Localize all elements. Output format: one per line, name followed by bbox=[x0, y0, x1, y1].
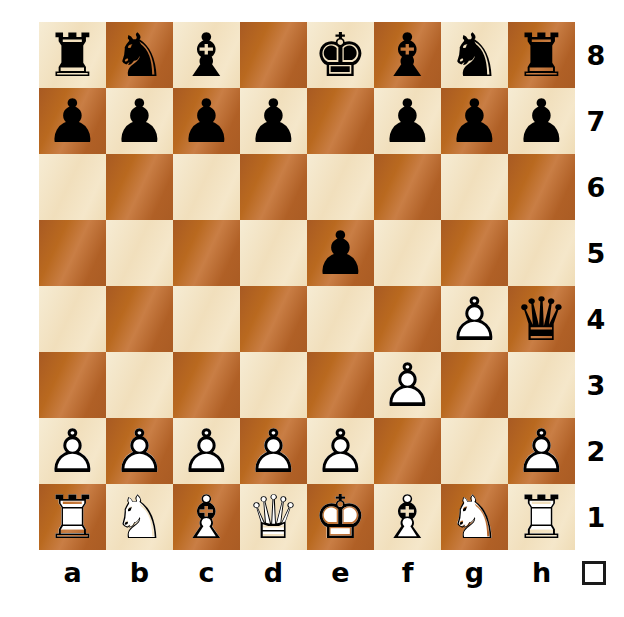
square-g2[interactable] bbox=[441, 418, 508, 484]
square-c7[interactable]: ♟ bbox=[173, 88, 240, 154]
black-pawn-icon: ♟ bbox=[106, 88, 173, 154]
white-bishop-fill: ♝ bbox=[374, 484, 441, 550]
square-a2[interactable]: ♟♙ bbox=[39, 418, 106, 484]
file-label-f: f bbox=[374, 550, 441, 594]
black-bishop-icon: ♝ bbox=[374, 22, 441, 88]
white-pawn-fill: ♟ bbox=[240, 418, 307, 484]
square-b7[interactable]: ♟ bbox=[106, 88, 173, 154]
white-knight-icon: ♘ bbox=[106, 484, 173, 550]
square-g7[interactable]: ♟ bbox=[441, 88, 508, 154]
black-queen-icon: ♛ bbox=[508, 286, 575, 352]
black-knight-icon: ♞ bbox=[106, 22, 173, 88]
white-pawn-icon: ♙ bbox=[240, 418, 307, 484]
white-pawn-icon: ♙ bbox=[374, 352, 441, 418]
chess-board: ♜♞♝♚♝♞♜♟♟♟♟♟♟♟♟♟♙♛♟♙♟♙♟♙♟♙♟♙♟♙♟♙♜♖♞♘♝♗♛♕… bbox=[39, 22, 575, 550]
white-pawn-fill: ♟ bbox=[374, 352, 441, 418]
white-bishop-icon: ♗ bbox=[173, 484, 240, 550]
white-queen-fill: ♛ bbox=[240, 484, 307, 550]
file-label-h: h bbox=[508, 550, 575, 594]
file-label-g: g bbox=[441, 550, 508, 594]
square-f3[interactable]: ♟♙ bbox=[374, 352, 441, 418]
square-e1[interactable]: ♚♔ bbox=[307, 484, 374, 550]
square-h3[interactable] bbox=[508, 352, 575, 418]
square-g5[interactable] bbox=[441, 220, 508, 286]
black-bishop-icon: ♝ bbox=[173, 22, 240, 88]
white-pawn-fill: ♟ bbox=[307, 418, 374, 484]
square-d6[interactable] bbox=[240, 154, 307, 220]
black-pawn-icon: ♟ bbox=[374, 88, 441, 154]
black-pawn-icon: ♟ bbox=[508, 88, 575, 154]
square-d7[interactable]: ♟ bbox=[240, 88, 307, 154]
white-rook-fill: ♜ bbox=[39, 484, 106, 550]
rank-labels: 87654321 bbox=[575, 22, 617, 550]
square-e6[interactable] bbox=[307, 154, 374, 220]
black-pawn-icon: ♟ bbox=[39, 88, 106, 154]
square-d4[interactable] bbox=[240, 286, 307, 352]
square-c8[interactable]: ♝ bbox=[173, 22, 240, 88]
rank-label-3: 3 bbox=[575, 352, 617, 418]
white-to-move-indicator bbox=[582, 561, 606, 585]
square-g8[interactable]: ♞ bbox=[441, 22, 508, 88]
square-h8[interactable]: ♜ bbox=[508, 22, 575, 88]
file-label-a: a bbox=[39, 550, 106, 594]
square-h7[interactable]: ♟ bbox=[508, 88, 575, 154]
square-h2[interactable]: ♟♙ bbox=[508, 418, 575, 484]
black-king-icon: ♚ bbox=[307, 22, 374, 88]
black-knight-icon: ♞ bbox=[441, 22, 508, 88]
square-h6[interactable] bbox=[508, 154, 575, 220]
black-rook-icon: ♜ bbox=[508, 22, 575, 88]
white-knight-fill: ♞ bbox=[106, 484, 173, 550]
square-e7[interactable] bbox=[307, 88, 374, 154]
black-rook-icon: ♜ bbox=[39, 22, 106, 88]
black-pawn-icon: ♟ bbox=[240, 88, 307, 154]
square-h1[interactable]: ♜♖ bbox=[508, 484, 575, 550]
square-d3[interactable] bbox=[240, 352, 307, 418]
white-rook-icon: ♖ bbox=[508, 484, 575, 550]
chess-diagram: ♜♞♝♚♝♞♜♟♟♟♟♟♟♟♟♟♙♛♟♙♟♙♟♙♟♙♟♙♟♙♟♙♜♖♞♘♝♗♛♕… bbox=[0, 0, 624, 617]
square-e5[interactable]: ♟ bbox=[307, 220, 374, 286]
white-pawn-fill: ♟ bbox=[173, 418, 240, 484]
square-e2[interactable]: ♟♙ bbox=[307, 418, 374, 484]
square-c5[interactable] bbox=[173, 220, 240, 286]
square-c1[interactable]: ♝♗ bbox=[173, 484, 240, 550]
file-label-e: e bbox=[307, 550, 374, 594]
square-h4[interactable]: ♛ bbox=[508, 286, 575, 352]
square-a3[interactable] bbox=[39, 352, 106, 418]
square-h5[interactable] bbox=[508, 220, 575, 286]
square-f8[interactable]: ♝ bbox=[374, 22, 441, 88]
white-pawn-fill: ♟ bbox=[441, 286, 508, 352]
square-d8[interactable] bbox=[240, 22, 307, 88]
white-pawn-fill: ♟ bbox=[106, 418, 173, 484]
rank-label-2: 2 bbox=[575, 418, 617, 484]
white-pawn-fill: ♟ bbox=[39, 418, 106, 484]
rank-label-8: 8 bbox=[575, 22, 617, 88]
rank-label-6: 6 bbox=[575, 154, 617, 220]
square-b2[interactable]: ♟♙ bbox=[106, 418, 173, 484]
black-pawn-icon: ♟ bbox=[441, 88, 508, 154]
square-a1[interactable]: ♜♖ bbox=[39, 484, 106, 550]
square-f5[interactable] bbox=[374, 220, 441, 286]
square-c4[interactable] bbox=[173, 286, 240, 352]
white-king-fill: ♚ bbox=[307, 484, 374, 550]
square-c2[interactable]: ♟♙ bbox=[173, 418, 240, 484]
square-f2[interactable] bbox=[374, 418, 441, 484]
square-b3[interactable] bbox=[106, 352, 173, 418]
square-g6[interactable] bbox=[441, 154, 508, 220]
square-g3[interactable] bbox=[441, 352, 508, 418]
square-e8[interactable]: ♚ bbox=[307, 22, 374, 88]
square-a8[interactable]: ♜ bbox=[39, 22, 106, 88]
white-knight-fill: ♞ bbox=[441, 484, 508, 550]
white-rook-fill: ♜ bbox=[508, 484, 575, 550]
white-knight-icon: ♘ bbox=[441, 484, 508, 550]
white-king-icon: ♔ bbox=[307, 484, 374, 550]
file-labels: abcdefgh bbox=[39, 550, 575, 594]
file-label-b: b bbox=[106, 550, 173, 594]
rank-label-4: 4 bbox=[575, 286, 617, 352]
square-a6[interactable] bbox=[39, 154, 106, 220]
file-label-d: d bbox=[240, 550, 307, 594]
square-c6[interactable] bbox=[173, 154, 240, 220]
rank-label-7: 7 bbox=[575, 88, 617, 154]
white-pawn-icon: ♙ bbox=[441, 286, 508, 352]
square-f4[interactable] bbox=[374, 286, 441, 352]
square-g4[interactable]: ♟♙ bbox=[441, 286, 508, 352]
square-b5[interactable] bbox=[106, 220, 173, 286]
white-pawn-icon: ♙ bbox=[39, 418, 106, 484]
rank-label-1: 1 bbox=[575, 484, 617, 550]
rank-label-5: 5 bbox=[575, 220, 617, 286]
square-e3[interactable] bbox=[307, 352, 374, 418]
white-pawn-icon: ♙ bbox=[106, 418, 173, 484]
square-f6[interactable] bbox=[374, 154, 441, 220]
square-f7[interactable]: ♟ bbox=[374, 88, 441, 154]
white-rook-icon: ♖ bbox=[39, 484, 106, 550]
black-pawn-icon: ♟ bbox=[173, 88, 240, 154]
white-queen-icon: ♕ bbox=[240, 484, 307, 550]
white-pawn-fill: ♟ bbox=[508, 418, 575, 484]
square-d5[interactable] bbox=[240, 220, 307, 286]
square-b6[interactable] bbox=[106, 154, 173, 220]
square-a5[interactable] bbox=[39, 220, 106, 286]
black-pawn-icon: ♟ bbox=[307, 220, 374, 286]
square-a7[interactable]: ♟ bbox=[39, 88, 106, 154]
white-bishop-icon: ♗ bbox=[374, 484, 441, 550]
square-b8[interactable]: ♞ bbox=[106, 22, 173, 88]
file-label-c: c bbox=[173, 550, 240, 594]
square-b4[interactable] bbox=[106, 286, 173, 352]
white-pawn-icon: ♙ bbox=[508, 418, 575, 484]
white-bishop-fill: ♝ bbox=[173, 484, 240, 550]
square-e4[interactable] bbox=[307, 286, 374, 352]
white-pawn-icon: ♙ bbox=[173, 418, 240, 484]
square-c3[interactable] bbox=[173, 352, 240, 418]
white-pawn-icon: ♙ bbox=[307, 418, 374, 484]
square-d1[interactable]: ♛♕ bbox=[240, 484, 307, 550]
square-f1[interactable]: ♝♗ bbox=[374, 484, 441, 550]
square-g1[interactable]: ♞♘ bbox=[441, 484, 508, 550]
square-d2[interactable]: ♟♙ bbox=[240, 418, 307, 484]
square-b1[interactable]: ♞♘ bbox=[106, 484, 173, 550]
square-a4[interactable] bbox=[39, 286, 106, 352]
